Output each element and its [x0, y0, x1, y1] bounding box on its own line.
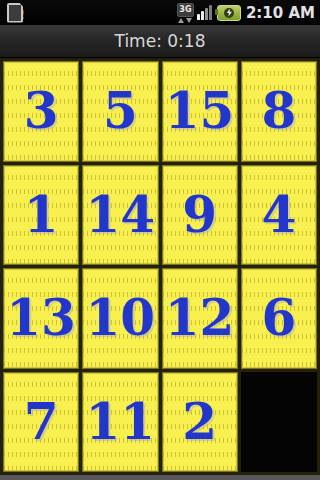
tile-13[interactable]: 13 — [3, 268, 79, 369]
signal-strength-icon — [197, 5, 213, 20]
tile-number: 13 — [6, 293, 76, 343]
mobile-network-3g-icon: 3G — [177, 3, 194, 23]
tile-number: 6 — [261, 293, 296, 343]
tile-15[interactable]: 15 — [162, 61, 238, 162]
title-bar: Time: 0:18 — [0, 25, 320, 58]
charging-bolt-icon — [224, 8, 234, 18]
board-bottom-edge — [0, 475, 320, 480]
empty-cell — [241, 372, 317, 473]
tile-number: 5 — [103, 86, 138, 136]
tile-number: 1 — [24, 190, 59, 240]
status-bar: ! 3G 2:10 AM — [0, 0, 320, 25]
upload-arrow-icon — [178, 18, 184, 23]
tile-number: 8 — [261, 86, 296, 136]
status-clock: 2:10 AM — [246, 4, 315, 22]
tile-6[interactable]: 6 — [241, 268, 317, 369]
tile-14[interactable]: 14 — [82, 165, 158, 266]
download-arrow-icon — [186, 18, 192, 23]
tile-5[interactable]: 5 — [82, 61, 158, 162]
tile-2[interactable]: 2 — [162, 372, 238, 473]
tile-7[interactable]: 7 — [3, 372, 79, 473]
tile-number: 10 — [86, 293, 156, 343]
tile-4[interactable]: 4 — [241, 165, 317, 266]
tile-number: 11 — [86, 397, 156, 447]
tile-1[interactable]: 1 — [3, 165, 79, 266]
tile-number: 4 — [261, 190, 296, 240]
tile-number: 14 — [86, 190, 156, 240]
tile-12[interactable]: 12 — [162, 268, 238, 369]
puzzle-board: 351581149413101267112 — [0, 58, 320, 475]
tile-3[interactable]: 3 — [3, 61, 79, 162]
tile-number: 9 — [182, 190, 217, 240]
3g-badge: 3G — [177, 3, 194, 17]
tile-number: 7 — [24, 397, 59, 447]
tile-number: 12 — [165, 293, 235, 343]
game-timer-label: Time: 0:18 — [115, 31, 206, 51]
tile-number: 2 — [182, 397, 217, 447]
battery-charging-icon — [217, 5, 241, 21]
data-transfer-arrows-icon — [178, 18, 192, 23]
battery-nub — [215, 9, 218, 15]
tile-number: 15 — [165, 86, 235, 136]
tile-10[interactable]: 10 — [82, 268, 158, 369]
tile-11[interactable]: 11 — [82, 372, 158, 473]
tile-number: 3 — [24, 86, 59, 136]
phone-screen: ! 3G 2:10 AM Time: 0:18 3515811494131012… — [0, 0, 320, 480]
sim-missing-icon — [7, 3, 23, 23]
tile-9[interactable]: 9 — [162, 165, 238, 266]
tile-8[interactable]: 8 — [241, 61, 317, 162]
